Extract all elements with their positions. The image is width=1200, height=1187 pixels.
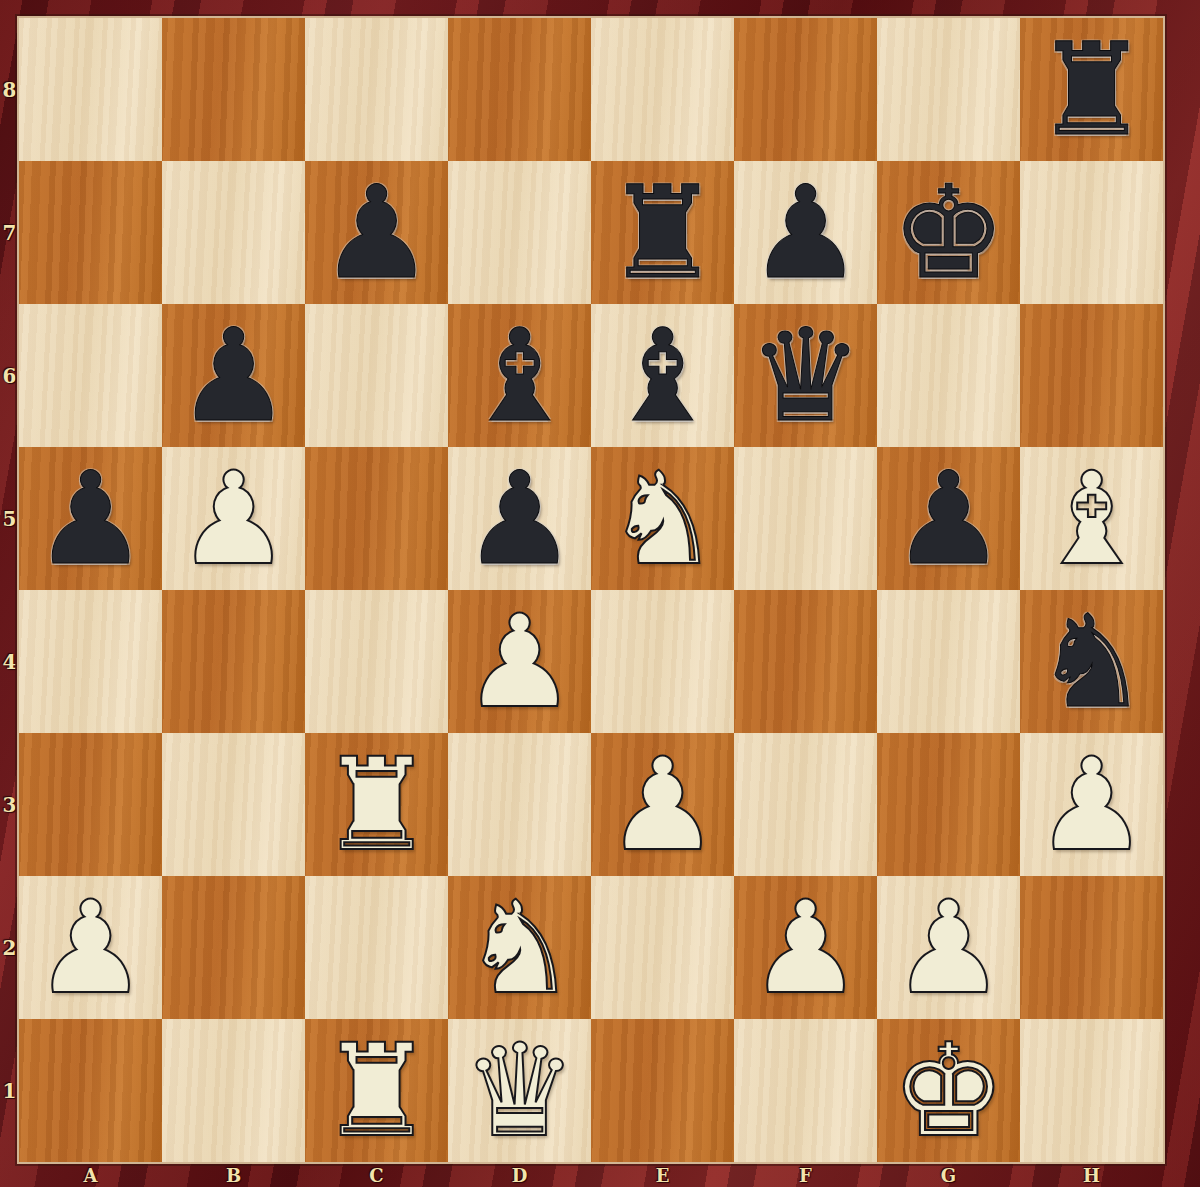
square-g6[interactable]: [877, 304, 1020, 447]
file-label-b: B: [162, 1164, 305, 1187]
square-c6[interactable]: [305, 304, 448, 447]
black-pawn-f7[interactable]: ♟: [748, 161, 863, 304]
white-rook-c1[interactable]: ♜: [319, 1019, 434, 1162]
white-bishop-h5[interactable]: ♝: [1034, 447, 1149, 590]
black-king-g7[interactable]: ♚: [891, 161, 1006, 304]
square-g7[interactable]: ♚: [877, 161, 1020, 304]
square-f3[interactable]: [734, 733, 877, 876]
black-bishop-e6[interactable]: ♝: [605, 304, 720, 447]
square-c8[interactable]: [305, 18, 448, 161]
file-label-c: C: [305, 1164, 448, 1187]
square-b4[interactable]: [162, 590, 305, 733]
file-label-a: A: [19, 1164, 162, 1187]
rank-label-5: 5: [0, 447, 19, 590]
square-a3[interactable]: [19, 733, 162, 876]
square-c2[interactable]: [305, 876, 448, 1019]
black-bishop-d6[interactable]: ♝: [462, 304, 577, 447]
square-f1[interactable]: [734, 1019, 877, 1162]
black-rook-e7[interactable]: ♜: [605, 161, 720, 304]
rank-label-7: 7: [0, 161, 19, 304]
square-e8[interactable]: [591, 18, 734, 161]
square-d7[interactable]: [448, 161, 591, 304]
square-f7[interactable]: ♟: [734, 161, 877, 304]
square-h1[interactable]: [1020, 1019, 1163, 1162]
square-h7[interactable]: [1020, 161, 1163, 304]
square-b1[interactable]: [162, 1019, 305, 1162]
file-label-h: H: [1020, 1164, 1163, 1187]
square-f6[interactable]: ♛: [734, 304, 877, 447]
square-d1[interactable]: ♛: [448, 1019, 591, 1162]
black-rook-h8[interactable]: ♜: [1034, 18, 1149, 161]
square-f5[interactable]: [734, 447, 877, 590]
square-d6[interactable]: ♝: [448, 304, 591, 447]
board-frame: 87654321 ♜♟♜♟♚♟♝♝♛♟♟♟♞♟♝♟♞♜♟♟♟♞♟♟♜♛♚ ABC…: [0, 0, 1200, 1187]
square-a5[interactable]: ♟: [19, 447, 162, 590]
file-labels: ABCDEFGH: [19, 1164, 1163, 1187]
square-a6[interactable]: [19, 304, 162, 447]
white-pawn-d4[interactable]: ♟: [462, 590, 577, 733]
square-a1[interactable]: [19, 1019, 162, 1162]
square-b2[interactable]: [162, 876, 305, 1019]
square-c5[interactable]: [305, 447, 448, 590]
square-g2[interactable]: ♟: [877, 876, 1020, 1019]
square-h2[interactable]: [1020, 876, 1163, 1019]
file-label-e: E: [591, 1164, 734, 1187]
black-pawn-d5[interactable]: ♟: [462, 447, 577, 590]
square-e2[interactable]: [591, 876, 734, 1019]
square-a8[interactable]: [19, 18, 162, 161]
white-pawn-f2[interactable]: ♟: [748, 876, 863, 1019]
square-e3[interactable]: ♟: [591, 733, 734, 876]
square-h5[interactable]: ♝: [1020, 447, 1163, 590]
square-c4[interactable]: [305, 590, 448, 733]
square-a4[interactable]: [19, 590, 162, 733]
square-e7[interactable]: ♜: [591, 161, 734, 304]
black-pawn-a5[interactable]: ♟: [33, 447, 148, 590]
rank-labels: 87654321: [0, 18, 19, 1162]
white-knight-d2[interactable]: ♞: [462, 876, 577, 1019]
square-f4[interactable]: [734, 590, 877, 733]
square-c7[interactable]: ♟: [305, 161, 448, 304]
square-f2[interactable]: ♟: [734, 876, 877, 1019]
square-c1[interactable]: ♜: [305, 1019, 448, 1162]
file-label-g: G: [877, 1164, 1020, 1187]
square-h8[interactable]: ♜: [1020, 18, 1163, 161]
white-pawn-e3[interactable]: ♟: [605, 733, 720, 876]
square-e4[interactable]: [591, 590, 734, 733]
square-d8[interactable]: [448, 18, 591, 161]
square-e1[interactable]: [591, 1019, 734, 1162]
rank-label-8: 8: [0, 18, 19, 161]
square-d2[interactable]: ♞: [448, 876, 591, 1019]
white-pawn-g2[interactable]: ♟: [891, 876, 1006, 1019]
square-b3[interactable]: [162, 733, 305, 876]
white-rook-c3[interactable]: ♜: [319, 733, 434, 876]
square-e6[interactable]: ♝: [591, 304, 734, 447]
file-label-f: F: [734, 1164, 877, 1187]
square-c3[interactable]: ♜: [305, 733, 448, 876]
file-label-d: D: [448, 1164, 591, 1187]
square-d4[interactable]: ♟: [448, 590, 591, 733]
square-g4[interactable]: [877, 590, 1020, 733]
square-g5[interactable]: ♟: [877, 447, 1020, 590]
square-d3[interactable]: [448, 733, 591, 876]
square-h3[interactable]: ♟: [1020, 733, 1163, 876]
black-queen-f6[interactable]: ♛: [748, 304, 863, 447]
square-b7[interactable]: [162, 161, 305, 304]
white-queen-d1[interactable]: ♛: [462, 1019, 577, 1162]
rank-label-2: 2: [0, 876, 19, 1019]
square-a7[interactable]: [19, 161, 162, 304]
rank-label-1: 1: [0, 1019, 19, 1162]
square-g1[interactable]: ♚: [877, 1019, 1020, 1162]
white-pawn-a2[interactable]: ♟: [33, 876, 148, 1019]
square-b8[interactable]: [162, 18, 305, 161]
square-b5[interactable]: ♟: [162, 447, 305, 590]
black-knight-h4[interactable]: ♞: [1034, 590, 1149, 733]
white-pawn-h3[interactable]: ♟: [1034, 733, 1149, 876]
white-pawn-b5[interactable]: ♟: [176, 447, 291, 590]
rank-label-6: 6: [0, 304, 19, 447]
black-pawn-b6[interactable]: ♟: [176, 304, 291, 447]
black-pawn-g5[interactable]: ♟: [891, 447, 1006, 590]
square-h4[interactable]: ♞: [1020, 590, 1163, 733]
square-h6[interactable]: [1020, 304, 1163, 447]
square-g3[interactable]: [877, 733, 1020, 876]
black-pawn-c7[interactable]: ♟: [319, 161, 434, 304]
white-knight-e5[interactable]: ♞: [605, 447, 720, 590]
square-d5[interactable]: ♟: [448, 447, 591, 590]
rank-label-3: 3: [0, 733, 19, 876]
square-b6[interactable]: ♟: [162, 304, 305, 447]
square-g8[interactable]: [877, 18, 1020, 161]
square-f8[interactable]: [734, 18, 877, 161]
white-king-g1[interactable]: ♚: [891, 1019, 1006, 1162]
board: ♜♟♜♟♚♟♝♝♛♟♟♟♞♟♝♟♞♜♟♟♟♞♟♟♜♛♚: [19, 18, 1163, 1162]
square-a2[interactable]: ♟: [19, 876, 162, 1019]
square-e5[interactable]: ♞: [591, 447, 734, 590]
rank-label-4: 4: [0, 590, 19, 733]
